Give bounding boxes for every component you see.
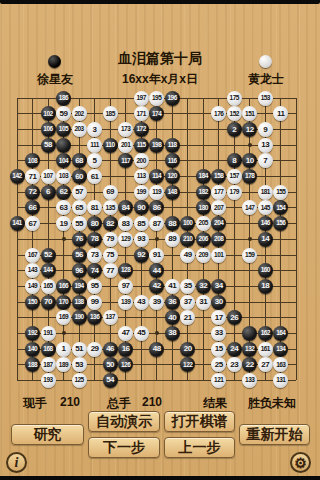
white-stone-move-67: 67: [25, 216, 40, 231]
black-stone-move-204: 204: [211, 216, 226, 231]
black-stone-move-8: 8: [227, 153, 242, 168]
white-stone-move-107: 107: [41, 169, 56, 184]
white-stone-move-177: 177: [211, 185, 226, 200]
black-stone-move-90: 90: [134, 200, 149, 215]
black-stone-move-12: 12: [242, 122, 257, 137]
black-stone-move-114: 114: [149, 169, 164, 184]
black-stone-move-34: 34: [211, 279, 226, 294]
white-stone-move-7: 7: [258, 153, 273, 168]
black-stone-move-142: 142: [10, 169, 25, 184]
white-stone-move-200: 200: [134, 153, 149, 168]
black-stone-move-190: 190: [72, 310, 87, 325]
black-stone-move-120: 120: [165, 169, 180, 184]
white-stone-move-197: 197: [134, 91, 149, 106]
white-stone-move-151: 151: [242, 106, 257, 121]
black-stone-move-102: 102: [41, 106, 56, 121]
white-stone-move-101: 101: [211, 248, 226, 263]
white-stone-move-203: 203: [72, 122, 87, 137]
black-stone-move-170: 170: [56, 295, 71, 310]
black-stone-move-110: 110: [103, 138, 118, 153]
black-stone-move-44: 44: [149, 263, 164, 278]
black-stone-move-150: 150: [25, 295, 40, 310]
black-stone-move-141: 141: [10, 216, 25, 231]
white-stone-move-43: 43: [134, 295, 149, 310]
black-stone-move-50: 50: [103, 357, 118, 372]
white-stone-move-17: 17: [211, 310, 226, 325]
black-stone-move-105: 105: [56, 122, 71, 137]
black-stone-move-188: 188: [25, 357, 40, 372]
white-stone-move-57: 57: [72, 185, 87, 200]
open-record-button[interactable]: 打开棋谱: [164, 411, 235, 432]
black-stone-move-118: 118: [165, 138, 180, 153]
black-stone-move-30: 30: [211, 295, 226, 310]
black-stone-move-6: 6: [41, 185, 56, 200]
black-stone-move-16: 16: [118, 342, 133, 357]
white-stone-move-91: 91: [149, 248, 164, 263]
total-moves-value: 210: [142, 395, 162, 409]
current-move-label: 现手: [23, 395, 47, 412]
next-move-button[interactable]: 下一步: [88, 437, 160, 458]
black-stone-move-40: 40: [165, 310, 180, 325]
white-stone-move-199: 199: [134, 185, 149, 200]
white-stone-move-87: 87: [149, 216, 164, 231]
white-stone-move-207: 207: [211, 200, 226, 215]
white-stone-move-137: 137: [103, 310, 118, 325]
white-stone-move-1: 1: [56, 342, 71, 357]
black-stone-move-140: 140: [25, 342, 40, 357]
black-stone-move-154: 154: [273, 200, 288, 215]
bottom-bezel-bar: [0, 476, 320, 480]
info-button[interactable]: i: [6, 452, 27, 473]
white-stone-move-63: 63: [56, 200, 71, 215]
white-stone-move-89: 89: [165, 232, 180, 247]
restart-button[interactable]: 重新开始: [239, 424, 310, 445]
black-stone-move-32: 32: [196, 279, 211, 294]
white-stone-move-187: 187: [41, 357, 56, 372]
go-board[interactable]: 1861971951961751531025920218517117417615…: [0, 0, 320, 400]
black-stone-move-128: 128: [118, 263, 133, 278]
white-stone-move-135: 135: [103, 200, 118, 215]
black-stone-move-122: 122: [180, 357, 195, 372]
current-move-value: 210: [60, 395, 80, 409]
black-stone-move-100: 100: [180, 216, 195, 231]
white-stone-move-139: 139: [118, 295, 133, 310]
white-stone-move-165: 165: [41, 279, 56, 294]
black-stone-move-74: 74: [87, 263, 102, 278]
black-stone-move-86: 86: [149, 200, 164, 215]
black-stone-move-52: 52: [41, 248, 56, 263]
white-stone-move-152: 152: [227, 106, 242, 121]
black-stone-move-70: 70: [41, 295, 56, 310]
white-stone-move-189: 189: [56, 357, 71, 372]
black-stone-move-198: 198: [149, 138, 164, 153]
white-stone-move-169: 169: [56, 310, 71, 325]
black-stone-move-168: 168: [41, 342, 56, 357]
white-stone-move-95: 95: [87, 279, 102, 294]
star-point: [155, 237, 159, 241]
white-stone-move-143: 143: [25, 263, 40, 278]
black-stone-move-138: 138: [72, 295, 87, 310]
black-stone-move-84: 84: [118, 200, 133, 215]
white-stone-move-81: 81: [87, 200, 102, 215]
white-stone-move-83: 83: [118, 216, 133, 231]
white-stone-move-125: 125: [72, 373, 87, 388]
white-stone-move-33: 33: [211, 326, 226, 341]
black-stone-move-82: 82: [103, 216, 118, 231]
white-stone-move-53: 53: [72, 357, 87, 372]
black-stone-move-144: 144: [41, 263, 56, 278]
app-screen: { "game": "go (weiqi), 19x19, Qing-dynas…: [0, 0, 320, 480]
black-stone-move-108: 108: [25, 153, 40, 168]
white-stone-move-145: 145: [258, 200, 273, 215]
black-stone-move-46: 46: [103, 342, 118, 357]
white-stone-move-195: 195: [149, 91, 164, 106]
black-stone-move-210: 210: [180, 232, 195, 247]
white-stone-move-173: 173: [118, 122, 133, 137]
total-moves-label: 总手: [107, 395, 131, 412]
white-stone-move-113: 113: [134, 169, 149, 184]
white-stone-move-121: 121: [211, 373, 226, 388]
black-stone-zuozi: [56, 138, 71, 153]
white-stone-move-85: 85: [134, 216, 149, 231]
black-stone-move-132: 132: [242, 342, 257, 357]
white-stone-move-65: 65: [72, 200, 87, 215]
white-stone-move-23: 23: [227, 357, 242, 372]
white-stone-move-15: 15: [211, 342, 226, 357]
star-point: [248, 237, 252, 241]
black-stone-move-208: 208: [211, 232, 226, 247]
white-stone-move-205: 205: [196, 216, 211, 231]
white-stone-move-37: 37: [180, 295, 195, 310]
black-stone-move-126: 126: [118, 357, 133, 372]
white-stone-move-49: 49: [180, 248, 195, 263]
white-stone-move-11: 11: [273, 106, 288, 121]
white-stone-move-153: 153: [258, 91, 273, 106]
black-stone-move-158: 158: [211, 169, 226, 184]
black-stone-move-164: 164: [273, 326, 288, 341]
white-stone-move-181: 181: [258, 185, 273, 200]
white-stone-move-29: 29: [87, 342, 102, 357]
white-stone-move-31: 31: [196, 295, 211, 310]
black-stone-move-48: 48: [149, 342, 164, 357]
black-stone-move-162: 162: [258, 326, 273, 341]
white-stone-move-69: 69: [103, 185, 118, 200]
black-stone-move-134: 134: [273, 342, 288, 357]
white-stone-move-75: 75: [103, 248, 118, 263]
black-stone-move-174: 174: [149, 106, 164, 121]
black-stone-move-178: 178: [242, 169, 257, 184]
black-stone-move-10: 10: [242, 153, 257, 168]
star-point: [248, 143, 252, 147]
black-stone-move-96: 96: [72, 263, 87, 278]
white-stone-move-159: 159: [242, 248, 257, 263]
black-stone-move-18: 18: [258, 279, 273, 294]
white-stone-move-99: 99: [87, 295, 102, 310]
black-stone-move-56: 56: [72, 248, 87, 263]
white-stone-move-51: 51: [72, 342, 87, 357]
star-point: [155, 331, 159, 335]
black-stone-move-62: 62: [56, 185, 71, 200]
black-stone-move-88: 88: [165, 216, 180, 231]
black-stone-move-180: 180: [196, 200, 211, 215]
black-stone-move-104: 104: [56, 153, 71, 168]
black-stone-move-66: 66: [25, 200, 40, 215]
white-stone-move-77: 77: [103, 263, 118, 278]
white-stone-move-157: 157: [227, 169, 242, 184]
black-stone-move-186: 186: [56, 91, 71, 106]
result-label: 结果: [203, 395, 227, 412]
white-stone-move-133: 133: [242, 373, 257, 388]
white-stone-move-79: 79: [103, 232, 118, 247]
white-stone-move-97: 97: [118, 279, 133, 294]
black-stone-move-54: 54: [103, 373, 118, 388]
white-stone-move-59: 59: [56, 106, 71, 121]
prev-move-button[interactable]: 上一步: [164, 437, 235, 458]
black-stone-move-196: 196: [165, 91, 180, 106]
white-stone-move-3: 3: [87, 122, 102, 137]
star-point: [62, 237, 66, 241]
white-stone-move-93: 93: [134, 232, 149, 247]
black-stone-move-80: 80: [87, 216, 102, 231]
black-stone-zuozi: [242, 326, 257, 341]
white-stone-move-25: 25: [211, 357, 226, 372]
white-stone-move-71: 71: [25, 169, 40, 184]
settings-gear-button[interactable]: ⚙: [290, 452, 311, 473]
black-stone-move-206: 206: [196, 232, 211, 247]
black-stone-move-92: 92: [134, 248, 149, 263]
black-stone-move-146: 146: [258, 216, 273, 231]
black-stone-move-194: 194: [72, 279, 87, 294]
black-stone-move-182: 182: [196, 185, 211, 200]
white-stone-move-167: 167: [25, 248, 40, 263]
white-stone-move-149: 149: [25, 279, 40, 294]
white-stone-move-35: 35: [180, 279, 195, 294]
black-stone-move-172: 172: [134, 122, 149, 137]
black-stone-move-20: 20: [180, 342, 195, 357]
black-stone-move-106: 106: [41, 122, 56, 137]
white-stone-move-202: 202: [72, 106, 87, 121]
study-button[interactable]: 研究: [11, 424, 84, 445]
white-stone-move-41: 41: [165, 279, 180, 294]
white-stone-move-179: 179: [227, 185, 242, 200]
white-stone-move-129: 129: [118, 232, 133, 247]
white-stone-move-209: 209: [196, 248, 211, 263]
black-stone-move-78: 78: [87, 232, 102, 247]
black-stone-move-60: 60: [72, 169, 87, 184]
white-stone-move-161: 161: [258, 342, 273, 357]
black-stone-move-38: 38: [165, 326, 180, 341]
white-stone-move-193: 193: [41, 373, 56, 388]
white-stone-move-13: 13: [258, 138, 273, 153]
black-stone-move-76: 76: [72, 232, 87, 247]
result-value: 胜负未知: [248, 395, 296, 412]
black-stone-move-117: 117: [118, 153, 133, 168]
white-stone-move-163: 163: [273, 357, 288, 372]
white-stone-move-147: 147: [242, 200, 257, 215]
black-stone-move-2: 2: [227, 122, 242, 137]
white-stone-move-9: 9: [258, 122, 273, 137]
white-stone-move-45: 45: [134, 326, 149, 341]
white-stone-move-176: 176: [211, 106, 226, 121]
white-stone-move-27: 27: [258, 357, 273, 372]
black-stone-move-160: 160: [258, 263, 273, 278]
black-stone-move-156: 156: [273, 216, 288, 231]
white-stone-move-131: 131: [273, 373, 288, 388]
white-stone-move-103: 103: [56, 169, 71, 184]
black-stone-move-148: 148: [165, 185, 180, 200]
white-stone-move-201: 201: [118, 138, 133, 153]
black-stone-move-24: 24: [227, 342, 242, 357]
black-stone-move-115: 115: [134, 138, 149, 153]
black-stone-move-116: 116: [165, 153, 180, 168]
star-point: [62, 331, 66, 335]
white-stone-move-73: 73: [87, 248, 102, 263]
black-stone-move-166: 166: [56, 279, 71, 294]
white-stone-move-19: 19: [56, 216, 71, 231]
white-stone-move-111: 111: [87, 138, 102, 153]
black-stone-move-42: 42: [149, 279, 164, 294]
white-stone-move-47: 47: [118, 326, 133, 341]
black-stone-move-36: 36: [165, 295, 180, 310]
white-stone-move-171: 171: [134, 106, 149, 121]
white-stone-move-155: 155: [273, 185, 288, 200]
black-stone-move-14: 14: [258, 232, 273, 247]
white-stone-move-175: 175: [227, 91, 242, 106]
white-stone-move-21: 21: [180, 310, 195, 325]
white-stone-move-55: 55: [72, 216, 87, 231]
white-stone-move-191: 191: [41, 326, 56, 341]
black-stone-move-22: 22: [242, 357, 257, 372]
black-stone-move-58: 58: [41, 138, 56, 153]
black-stone-move-184: 184: [196, 169, 211, 184]
black-stone-move-192: 192: [25, 326, 40, 341]
auto-play-button[interactable]: 自动演示: [88, 411, 160, 432]
black-stone-move-68: 68: [72, 153, 87, 168]
white-stone-move-39: 39: [149, 295, 164, 310]
black-stone-move-136: 136: [87, 310, 102, 325]
white-stone-move-61: 61: [87, 169, 102, 184]
white-stone-move-185: 185: [103, 106, 118, 121]
white-stone-move-119: 119: [149, 185, 164, 200]
black-stone-move-72: 72: [25, 185, 40, 200]
white-stone-move-5: 5: [87, 153, 102, 168]
black-stone-move-26: 26: [227, 310, 242, 325]
